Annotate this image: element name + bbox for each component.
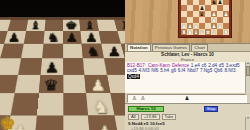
square3d-c4[interactable] — [14, 74, 40, 93]
all-button[interactable]: All — [128, 114, 139, 120]
black-knight[interactable]: ♞ — [87, 45, 101, 58]
engine-scrollbar[interactable]: ▼ — [245, 117, 250, 130]
notation-scrollbar[interactable]: ▲ — [245, 62, 250, 93]
square3d-d7[interactable]: ♞ — [43, 31, 62, 44]
square3d-e7[interactable]: ♟ — [63, 31, 82, 44]
eval-button[interactable]: +13.86 — [141, 114, 160, 120]
white-pawn[interactable]: ♟ — [91, 78, 107, 93]
square3d-f3[interactable]: ♞ — [87, 93, 115, 115]
white-rook[interactable]: ♜ — [224, 29, 229, 35]
black-bishop[interactable]: ♝ — [84, 20, 96, 31]
white-pawn-icons: ♙ ♙ — [132, 95, 146, 102]
white-bishop[interactable]: ♝ — [194, 29, 199, 35]
white-knight[interactable]: ♞ — [188, 29, 193, 35]
square3d-b6[interactable] — [0, 44, 23, 58]
black-queen[interactable]: ♛ — [43, 78, 59, 93]
square3d-d4[interactable]: ♛ — [38, 74, 62, 93]
current-move[interactable]: Qxd4 — [127, 74, 140, 79]
square3d-e5[interactable] — [63, 58, 85, 74]
square3d-g2[interactable]: ♟ — [115, 116, 125, 130]
black-knight[interactable]: ♞ — [46, 31, 59, 43]
black-pawn[interactable]: ♟ — [107, 45, 121, 58]
app-window: ♜♝♚♝♜♟♟♞♟♟♟♞♟♟♛♟♟♞♟♟♟♟♟♜♞♝♛♚♝♜ ♚ ♜♝♚♝♜♟♟… — [0, 0, 250, 130]
engine-name-badge[interactable]: Hiarcs 10 — [128, 106, 164, 112]
stop-button[interactable]: Stop — [204, 106, 218, 112]
board-3d-pane: ♜♝♚♝♜♟♟♞♟♟♟♞♟♟♛♟♟♞♟♟♟♟♟♜♞♝♛♚♝♜ ♚ — [0, 0, 125, 130]
white-king[interactable]: ♚ — [206, 29, 211, 35]
black-pawn[interactable]: ♟ — [66, 31, 79, 43]
black-rook[interactable]: ♜ — [0, 20, 5, 31]
engine-controls: All +13.86 Take — [128, 114, 176, 120]
opening-name: B12-B17: Caro-Kann Defence — [127, 63, 189, 68]
take-button[interactable]: Take — [162, 114, 177, 120]
black-king[interactable]: ♚ — [66, 20, 78, 31]
square3d-c5[interactable] — [18, 58, 42, 74]
square3d-c7[interactable] — [24, 31, 45, 44]
square3d-e2[interactable] — [63, 116, 92, 130]
tab-previous-games[interactable]: Previous Games — [152, 44, 190, 51]
tab-chart[interactable]: Chart — [191, 44, 208, 51]
black-pawn[interactable]: ♟ — [85, 31, 98, 43]
square3d-f6[interactable]: ♞ — [82, 44, 104, 58]
scroll-down-icon[interactable]: ▼ — [246, 117, 250, 121]
square3d-g4[interactable] — [107, 74, 125, 93]
black-pawn-icon: ♟ — [184, 95, 189, 102]
scroll-up-icon[interactable]: ▲ — [246, 62, 250, 66]
square3d-b7[interactable]: ♟ — [4, 31, 26, 44]
square3d-e6[interactable] — [63, 44, 84, 58]
trophy-icon: ♚ — [0, 113, 15, 130]
board-3d-perspective: ♜♝♚♝♜♟♟♞♟♟♟♞♟♟♛♟♟♞♟♟♟♟♟♜♞♝♛♚♝♜ — [0, 0, 125, 130]
mini-board-pane: ♜♝♚♝♜♟♟♞♟♟♟♞♟♟♛♟♟♞♟♟♟♟♟♜♞♝♛♚♝♜ — [125, 0, 250, 44]
board-2d[interactable]: ♜♝♚♝♜♟♟♞♟♟♟♞♟♟♛♟♟♞♟♟♟♟♟♜♞♝♛♚♝♜ — [181, 0, 229, 35]
square3d-d8[interactable] — [44, 20, 62, 31]
tab-bar: Notation Previous Games Chart — [125, 44, 250, 52]
square3d-d6[interactable] — [42, 44, 63, 58]
square3d-g5[interactable] — [104, 58, 125, 74]
white-knight[interactable]: ♞ — [93, 99, 110, 116]
white-pawn[interactable]: ♟ — [96, 124, 115, 130]
black-pawn[interactable]: ♟ — [0, 31, 1, 43]
scrollbar-thumb[interactable] — [246, 66, 250, 76]
engine-pane: Hiarcs 10 Stop All +13.86 Take 9.Nxd4 e5… — [125, 103, 250, 130]
white-rook[interactable]: ♜ — [182, 29, 187, 35]
material-balance-bar: ♙ ♙ ♟ — [127, 94, 247, 103]
square3d-e3[interactable] — [63, 93, 89, 115]
square3d-g6[interactable]: ♟ — [101, 44, 124, 58]
square3d-d3[interactable] — [36, 93, 62, 115]
engine-eval-info: +13.86 0:00:01 — [131, 126, 159, 130]
square3d-d5[interactable]: ♟ — [40, 58, 62, 74]
black-bishop[interactable]: ♝ — [29, 20, 41, 31]
square3d-d2[interactable] — [34, 116, 63, 130]
square2d-h1[interactable]: ♜ — [223, 29, 229, 35]
mini-board-frame: ♜♝♚♝♜♟♟♞♟♟♟♞♟♟♛♟♟♞♟♟♟♟♟♜♞♝♛♚♝♜ — [178, 0, 232, 38]
notation-pane[interactable]: B12-B17: Caro-Kann Defence 1.e4 c6 2.d4 … — [125, 62, 246, 93]
black-pawn[interactable]: ♟ — [44, 60, 59, 74]
right-panel: ♜♝♚♝♜♟♟♞♟♟♟♞♟♟♛♟♟♞♟♟♟♟♟♜♞♝♛♚♝♜ Notation … — [125, 0, 250, 130]
white-queen[interactable]: ♛ — [200, 29, 205, 35]
square3d-e8[interactable]: ♚ — [63, 20, 81, 31]
square3d-c6[interactable] — [21, 44, 43, 58]
board-3d[interactable]: ♜♝♚♝♜♟♟♞♟♟♟♞♟♟♛♟♟♞♟♟♟♟♟♜♞♝♛♚♝♜ — [0, 17, 125, 130]
square3d-c8[interactable]: ♝ — [26, 20, 45, 31]
black-pawn[interactable]: ♟ — [7, 31, 20, 43]
square3d-b8[interactable] — [8, 20, 28, 31]
square3d-f8[interactable]: ♝ — [80, 20, 99, 31]
square3d-e4[interactable] — [63, 74, 87, 93]
white-bishop[interactable]: ♝ — [212, 29, 217, 35]
square3d-f7[interactable]: ♟ — [81, 31, 102, 44]
tab-notation[interactable]: Notation — [127, 44, 151, 51]
